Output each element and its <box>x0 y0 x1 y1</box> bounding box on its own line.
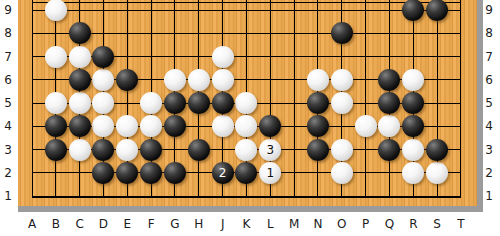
board-shadow-bottom <box>18 206 483 212</box>
column-label-L: L <box>260 216 280 232</box>
stone-black-F3[interactable] <box>140 139 162 161</box>
stone-white-R6[interactable] <box>402 69 424 91</box>
stone-black-C8[interactable] <box>69 22 91 44</box>
column-label-O: O <box>332 216 352 232</box>
stone-white-O5[interactable] <box>331 92 353 114</box>
stone-black-N5[interactable] <box>307 92 329 114</box>
row-label-left-6: 6 <box>0 72 16 88</box>
stone-white-B9[interactable] <box>45 0 67 21</box>
row-label-right-8: 8 <box>481 25 497 41</box>
row-label-right-2: 2 <box>481 165 497 181</box>
stone-white-B5[interactable] <box>45 92 67 114</box>
stone-white-C3[interactable] <box>69 139 91 161</box>
stone-white-O6[interactable] <box>331 69 353 91</box>
row-label-left-1: 1 <box>0 188 16 204</box>
stone-black-H3[interactable] <box>188 139 210 161</box>
column-label-K: K <box>236 216 256 232</box>
stone-white-R2[interactable] <box>402 162 424 184</box>
stone-white-G6[interactable] <box>164 69 186 91</box>
column-label-G: G <box>165 216 185 232</box>
stone-black-S3[interactable] <box>426 139 448 161</box>
stone-black-C6[interactable] <box>69 69 91 91</box>
grid-vline-A <box>32 0 33 198</box>
stone-black-Q3[interactable] <box>378 139 400 161</box>
row-label-right-6: 6 <box>481 72 497 88</box>
stone-black-J5[interactable] <box>212 92 234 114</box>
stone-white-F5[interactable] <box>140 92 162 114</box>
move-number-1: 1 <box>267 167 275 179</box>
row-label-right-3: 3 <box>481 142 497 158</box>
stone-white-J7[interactable] <box>212 46 234 68</box>
stone-black-D7[interactable] <box>92 46 114 68</box>
stone-black-O8[interactable] <box>331 22 353 44</box>
stone-white-L2[interactable]: 1 <box>259 162 281 184</box>
stone-black-N3[interactable] <box>307 139 329 161</box>
stone-white-S2[interactable] <box>426 162 448 184</box>
row-label-left-5: 5 <box>0 95 16 111</box>
move-number-3: 3 <box>267 144 275 156</box>
column-label-H: H <box>189 216 209 232</box>
stone-black-J2[interactable]: 2 <box>212 162 234 184</box>
stone-white-J4[interactable] <box>212 115 234 137</box>
column-label-F: F <box>141 216 161 232</box>
row-label-left-8: 8 <box>0 25 16 41</box>
column-label-N: N <box>308 216 328 232</box>
stone-white-K3[interactable] <box>235 139 257 161</box>
stone-black-E2[interactable] <box>116 162 138 184</box>
column-label-P: P <box>356 216 376 232</box>
row-label-left-9: 9 <box>0 2 16 18</box>
column-label-B: B <box>46 216 66 232</box>
grid-vline-P <box>365 0 366 198</box>
column-label-S: S <box>427 216 447 232</box>
column-label-R: R <box>403 216 423 232</box>
column-label-E: E <box>117 216 137 232</box>
column-label-Q: Q <box>379 216 399 232</box>
stone-black-B4[interactable] <box>45 115 67 137</box>
column-label-A: A <box>22 216 42 232</box>
stone-black-D3[interactable] <box>92 139 114 161</box>
stone-white-L3[interactable]: 3 <box>259 139 281 161</box>
column-label-C: C <box>70 216 90 232</box>
column-label-T: T <box>451 216 471 232</box>
row-label-right-1: 1 <box>481 188 497 204</box>
stone-white-E3[interactable] <box>116 139 138 161</box>
stone-black-H5[interactable] <box>188 92 210 114</box>
row-label-right-7: 7 <box>481 49 497 65</box>
stone-white-C5[interactable] <box>69 92 91 114</box>
stone-white-B7[interactable] <box>45 46 67 68</box>
stone-black-C4[interactable] <box>69 115 91 137</box>
column-label-M: M <box>284 216 304 232</box>
stone-white-J6[interactable] <box>212 69 234 91</box>
grid-vline-M <box>294 0 295 198</box>
stone-black-G2[interactable] <box>164 162 186 184</box>
stone-white-O2[interactable] <box>331 162 353 184</box>
stone-white-O3[interactable] <box>331 139 353 161</box>
column-label-D: D <box>93 216 113 232</box>
row-label-left-4: 4 <box>0 118 16 134</box>
row-label-right-5: 5 <box>481 95 497 111</box>
grid-vline-T <box>460 0 461 198</box>
stone-black-F2[interactable] <box>140 162 162 184</box>
stone-white-R3[interactable] <box>402 139 424 161</box>
row-label-right-4: 4 <box>481 118 497 134</box>
stone-white-C7[interactable] <box>69 46 91 68</box>
go-diagram: 987654321 987654321 ABCDEFGHJKLMNOPQRST … <box>0 0 500 236</box>
stone-white-P4[interactable] <box>355 115 377 137</box>
stone-white-H6[interactable] <box>188 69 210 91</box>
row-label-left-3: 3 <box>0 142 16 158</box>
stone-white-N6[interactable] <box>307 69 329 91</box>
stone-black-B3[interactable] <box>45 139 67 161</box>
row-label-left-2: 2 <box>0 165 16 181</box>
stone-black-E6[interactable] <box>116 69 138 91</box>
row-label-left-7: 7 <box>0 49 16 65</box>
move-number-2: 2 <box>219 167 227 179</box>
row-label-right-9: 9 <box>481 2 497 18</box>
stone-black-G5[interactable] <box>164 92 186 114</box>
column-label-J: J <box>213 216 233 232</box>
